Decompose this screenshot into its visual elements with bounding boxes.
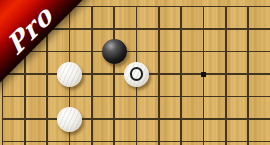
board-intersection[interactable]	[103, 63, 125, 86]
board-intersection[interactable]	[148, 18, 170, 41]
board-intersection[interactable]	[81, 40, 103, 63]
board-intersection[interactable]	[103, 18, 125, 41]
board-intersection[interactable]	[170, 130, 192, 145]
board-intersection[interactable]	[81, 85, 103, 108]
board-intersection[interactable]	[215, 85, 237, 108]
board-intersection[interactable]	[81, 18, 103, 41]
board-intersection[interactable]	[14, 130, 36, 145]
board-intersection[interactable]	[215, 18, 237, 41]
board-intersection[interactable]	[192, 40, 214, 63]
board-intersection[interactable]	[237, 108, 259, 131]
board-intersection[interactable]	[103, 0, 125, 18]
board-intersection[interactable]	[259, 130, 270, 145]
board-intersection[interactable]	[237, 85, 259, 108]
board-intersection[interactable]	[125, 40, 147, 63]
board-intersection[interactable]	[58, 40, 80, 63]
board-intersection[interactable]	[215, 63, 237, 86]
board-intersection[interactable]	[125, 108, 147, 131]
board-intersection[interactable]	[259, 108, 270, 131]
board-intersection[interactable]	[103, 130, 125, 145]
board-intersection[interactable]	[259, 18, 270, 41]
board-intersection[interactable]	[259, 40, 270, 63]
board-intersection[interactable]	[36, 108, 58, 131]
board-intersection[interactable]	[0, 130, 14, 145]
board-intersection[interactable]	[36, 63, 58, 86]
board-intersection[interactable]	[148, 85, 170, 108]
board-intersection[interactable]: ○	[58, 108, 80, 131]
board-intersection[interactable]	[192, 85, 214, 108]
board-intersection[interactable]	[170, 40, 192, 63]
board-intersection[interactable]	[259, 0, 270, 18]
board-intersection[interactable]	[259, 85, 270, 108]
board-intersection[interactable]	[148, 63, 170, 86]
star-point	[201, 72, 206, 77]
board-intersection[interactable]	[170, 18, 192, 41]
board-intersection[interactable]	[0, 85, 14, 108]
last-move-marker	[130, 67, 144, 81]
board-intersection[interactable]	[237, 40, 259, 63]
board-intersection[interactable]	[14, 108, 36, 131]
board-intersection[interactable]	[215, 0, 237, 18]
board-intersection[interactable]	[148, 108, 170, 131]
board-intersection[interactable]	[81, 0, 103, 18]
go-app-screenshot: ●○○○ Pro	[0, 0, 270, 145]
board-intersection[interactable]	[237, 0, 259, 18]
board-intersection[interactable]	[125, 0, 147, 18]
board-intersection[interactable]	[215, 108, 237, 131]
board-intersection[interactable]	[192, 0, 214, 18]
board-intersection[interactable]	[58, 85, 80, 108]
board-intersection[interactable]	[237, 18, 259, 41]
board-intersection[interactable]	[170, 0, 192, 18]
board-intersection[interactable]	[192, 18, 214, 41]
board-intersection[interactable]	[170, 108, 192, 131]
board-intersection[interactable]	[58, 130, 80, 145]
board-intersection[interactable]	[58, 18, 80, 41]
board-intersection[interactable]	[148, 130, 170, 145]
board-intersection[interactable]	[81, 63, 103, 86]
board-intersection[interactable]	[215, 130, 237, 145]
board-intersection[interactable]	[215, 40, 237, 63]
white-stone: ○	[57, 62, 82, 87]
board-intersection[interactable]	[259, 63, 270, 86]
board-intersection[interactable]	[81, 130, 103, 145]
board-intersection[interactable]	[14, 63, 36, 86]
board-intersection[interactable]	[125, 85, 147, 108]
white-stone: ○	[124, 62, 149, 87]
board-intersection[interactable]	[170, 63, 192, 86]
board-intersection[interactable]	[14, 85, 36, 108]
board-intersection[interactable]	[192, 130, 214, 145]
board-intersection[interactable]	[237, 130, 259, 145]
board-intersection[interactable]	[237, 63, 259, 86]
board-intersection[interactable]	[170, 85, 192, 108]
board-intersection[interactable]	[192, 108, 214, 131]
board-intersection[interactable]	[36, 130, 58, 145]
board-intersection[interactable]	[148, 40, 170, 63]
board-intersection[interactable]: ○	[58, 63, 80, 86]
board-intersection[interactable]	[0, 108, 14, 131]
board-intersection[interactable]	[125, 18, 147, 41]
board-intersection[interactable]	[81, 108, 103, 131]
board-intersection[interactable]	[103, 108, 125, 131]
board-intersection[interactable]	[36, 85, 58, 108]
black-stone: ●	[102, 39, 127, 64]
board-intersection[interactable]: ●	[103, 40, 125, 63]
board-intersection[interactable]	[36, 40, 58, 63]
board-intersection[interactable]	[192, 63, 214, 86]
board-intersection[interactable]: ○	[125, 63, 147, 86]
board-intersection[interactable]	[103, 85, 125, 108]
white-stone: ○	[57, 107, 82, 132]
board-intersection[interactable]	[148, 0, 170, 18]
board-intersection[interactable]	[125, 130, 147, 145]
